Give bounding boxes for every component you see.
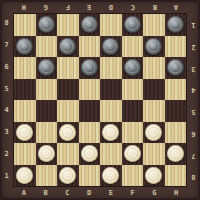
square-b7[interactable] bbox=[36, 36, 58, 58]
square-a1[interactable] bbox=[14, 165, 36, 187]
square-d4[interactable] bbox=[79, 100, 101, 122]
white-man-g1[interactable] bbox=[145, 167, 162, 184]
square-e2[interactable] bbox=[100, 143, 122, 165]
square-c4[interactable] bbox=[57, 100, 79, 122]
square-a5[interactable] bbox=[14, 79, 36, 101]
square-f6[interactable] bbox=[122, 57, 144, 79]
square-b8[interactable] bbox=[36, 14, 58, 36]
white-man-f2[interactable] bbox=[124, 145, 141, 162]
square-e1[interactable] bbox=[100, 165, 122, 187]
square-h1[interactable] bbox=[165, 165, 187, 187]
square-d5[interactable] bbox=[79, 79, 101, 101]
white-man-d2[interactable] bbox=[81, 145, 98, 162]
square-g3[interactable] bbox=[143, 122, 165, 144]
white-man-a1[interactable] bbox=[16, 167, 33, 184]
black-man-h8[interactable] bbox=[167, 16, 184, 33]
square-g4[interactable] bbox=[143, 100, 165, 122]
square-d3[interactable] bbox=[79, 122, 101, 144]
black-man-a7[interactable] bbox=[16, 38, 33, 55]
square-h7[interactable] bbox=[165, 36, 187, 58]
rank-labels-right: 12345678 bbox=[187, 13, 200, 187]
square-b5[interactable] bbox=[36, 79, 58, 101]
coordinate-label: 8 bbox=[187, 165, 200, 187]
black-man-c7[interactable] bbox=[59, 38, 76, 55]
square-d2[interactable] bbox=[79, 143, 101, 165]
file-labels-top: HGFEDCBA bbox=[13, 0, 187, 13]
square-h8[interactable] bbox=[165, 14, 187, 36]
white-man-c1[interactable] bbox=[59, 167, 76, 184]
coordinate-label: A bbox=[13, 187, 35, 200]
coordinate-label: C bbox=[122, 0, 144, 13]
white-man-a3[interactable] bbox=[16, 124, 33, 141]
square-g1[interactable] bbox=[143, 165, 165, 187]
square-c3[interactable] bbox=[57, 122, 79, 144]
square-c2[interactable] bbox=[57, 143, 79, 165]
square-d7[interactable] bbox=[79, 36, 101, 58]
square-f8[interactable] bbox=[122, 14, 144, 36]
square-a8[interactable] bbox=[14, 14, 36, 36]
coordinate-label: 2 bbox=[187, 35, 200, 57]
white-man-e3[interactable] bbox=[102, 124, 119, 141]
square-f1[interactable] bbox=[122, 165, 144, 187]
square-c1[interactable] bbox=[57, 165, 79, 187]
coordinate-label: D bbox=[100, 0, 122, 13]
square-f2[interactable] bbox=[122, 143, 144, 165]
square-a4[interactable] bbox=[14, 100, 36, 122]
coordinate-label: 5 bbox=[0, 78, 13, 100]
coordinate-label: 3 bbox=[187, 57, 200, 79]
coordinate-label: 8 bbox=[0, 13, 13, 35]
square-g6[interactable] bbox=[143, 57, 165, 79]
white-man-b2[interactable] bbox=[38, 145, 55, 162]
square-f5[interactable] bbox=[122, 79, 144, 101]
black-man-g7[interactable] bbox=[145, 38, 162, 55]
square-a2[interactable] bbox=[14, 143, 36, 165]
square-a7[interactable] bbox=[14, 36, 36, 58]
black-man-d6[interactable] bbox=[81, 59, 98, 76]
square-b1[interactable] bbox=[36, 165, 58, 187]
file-labels-bottom: ABCDEFGH bbox=[13, 187, 187, 200]
square-h6[interactable] bbox=[165, 57, 187, 79]
black-man-h6[interactable] bbox=[167, 59, 184, 76]
coordinate-label: D bbox=[78, 187, 100, 200]
black-man-b6[interactable] bbox=[38, 59, 55, 76]
coordinate-label: 3 bbox=[0, 122, 13, 144]
coordinate-label: 7 bbox=[187, 144, 200, 166]
coordinate-label: G bbox=[144, 187, 166, 200]
square-h5[interactable] bbox=[165, 79, 187, 101]
square-f3[interactable] bbox=[122, 122, 144, 144]
square-c7[interactable] bbox=[57, 36, 79, 58]
coordinate-label: 4 bbox=[0, 100, 13, 122]
square-a3[interactable] bbox=[14, 122, 36, 144]
coordinate-label: B bbox=[35, 187, 57, 200]
square-d1[interactable] bbox=[79, 165, 101, 187]
square-e6[interactable] bbox=[100, 57, 122, 79]
black-man-f6[interactable] bbox=[124, 59, 141, 76]
rank-labels-left: 87654321 bbox=[0, 13, 13, 187]
square-e7[interactable] bbox=[100, 36, 122, 58]
square-b4[interactable] bbox=[36, 100, 58, 122]
coordinate-label: B bbox=[144, 0, 166, 13]
square-d6[interactable] bbox=[79, 57, 101, 79]
square-b3[interactable] bbox=[36, 122, 58, 144]
square-g8[interactable] bbox=[143, 14, 165, 36]
coordinate-label: 2 bbox=[0, 144, 13, 166]
square-f4[interactable] bbox=[122, 100, 144, 122]
white-man-e1[interactable] bbox=[102, 167, 119, 184]
square-d8[interactable] bbox=[79, 14, 101, 36]
black-man-f8[interactable] bbox=[124, 16, 141, 33]
coordinate-label: F bbox=[57, 0, 79, 13]
coordinate-label: H bbox=[165, 187, 187, 200]
coordinate-label: 5 bbox=[187, 100, 200, 122]
white-man-h2[interactable] bbox=[167, 145, 184, 162]
square-c8[interactable] bbox=[57, 14, 79, 36]
square-e5[interactable] bbox=[100, 79, 122, 101]
square-g5[interactable] bbox=[143, 79, 165, 101]
square-g2[interactable] bbox=[143, 143, 165, 165]
square-e8[interactable] bbox=[100, 14, 122, 36]
coordinate-label: 7 bbox=[0, 35, 13, 57]
white-man-c3[interactable] bbox=[59, 124, 76, 141]
checkers-app: HGFEDCBA ABCDEFGH 87654321 12345678 bbox=[0, 0, 200, 200]
black-man-d8[interactable] bbox=[81, 16, 98, 33]
square-c5[interactable] bbox=[57, 79, 79, 101]
square-c6[interactable] bbox=[57, 57, 79, 79]
square-e4[interactable] bbox=[100, 100, 122, 122]
square-b6[interactable] bbox=[36, 57, 58, 79]
coordinate-label: H bbox=[13, 0, 35, 13]
coordinate-label: A bbox=[165, 0, 187, 13]
black-man-b8[interactable] bbox=[38, 16, 55, 33]
coordinate-label: C bbox=[57, 187, 79, 200]
black-man-e7[interactable] bbox=[102, 38, 119, 55]
coordinate-label: 6 bbox=[187, 122, 200, 144]
square-h3[interactable] bbox=[165, 122, 187, 144]
white-man-g3[interactable] bbox=[145, 124, 162, 141]
coordinate-label: G bbox=[35, 0, 57, 13]
square-h2[interactable] bbox=[165, 143, 187, 165]
square-e3[interactable] bbox=[100, 122, 122, 144]
square-g7[interactable] bbox=[143, 36, 165, 58]
coordinate-label: 1 bbox=[0, 165, 13, 187]
square-b2[interactable] bbox=[36, 143, 58, 165]
coordinate-label: E bbox=[78, 0, 100, 13]
coordinate-label: 4 bbox=[187, 78, 200, 100]
square-a6[interactable] bbox=[14, 57, 36, 79]
coordinate-label: F bbox=[122, 187, 144, 200]
checkers-board bbox=[13, 13, 187, 187]
coordinate-label: 6 bbox=[0, 57, 13, 79]
square-h4[interactable] bbox=[165, 100, 187, 122]
coordinate-label: E bbox=[100, 187, 122, 200]
coordinate-label: 1 bbox=[187, 13, 200, 35]
square-f7[interactable] bbox=[122, 36, 144, 58]
